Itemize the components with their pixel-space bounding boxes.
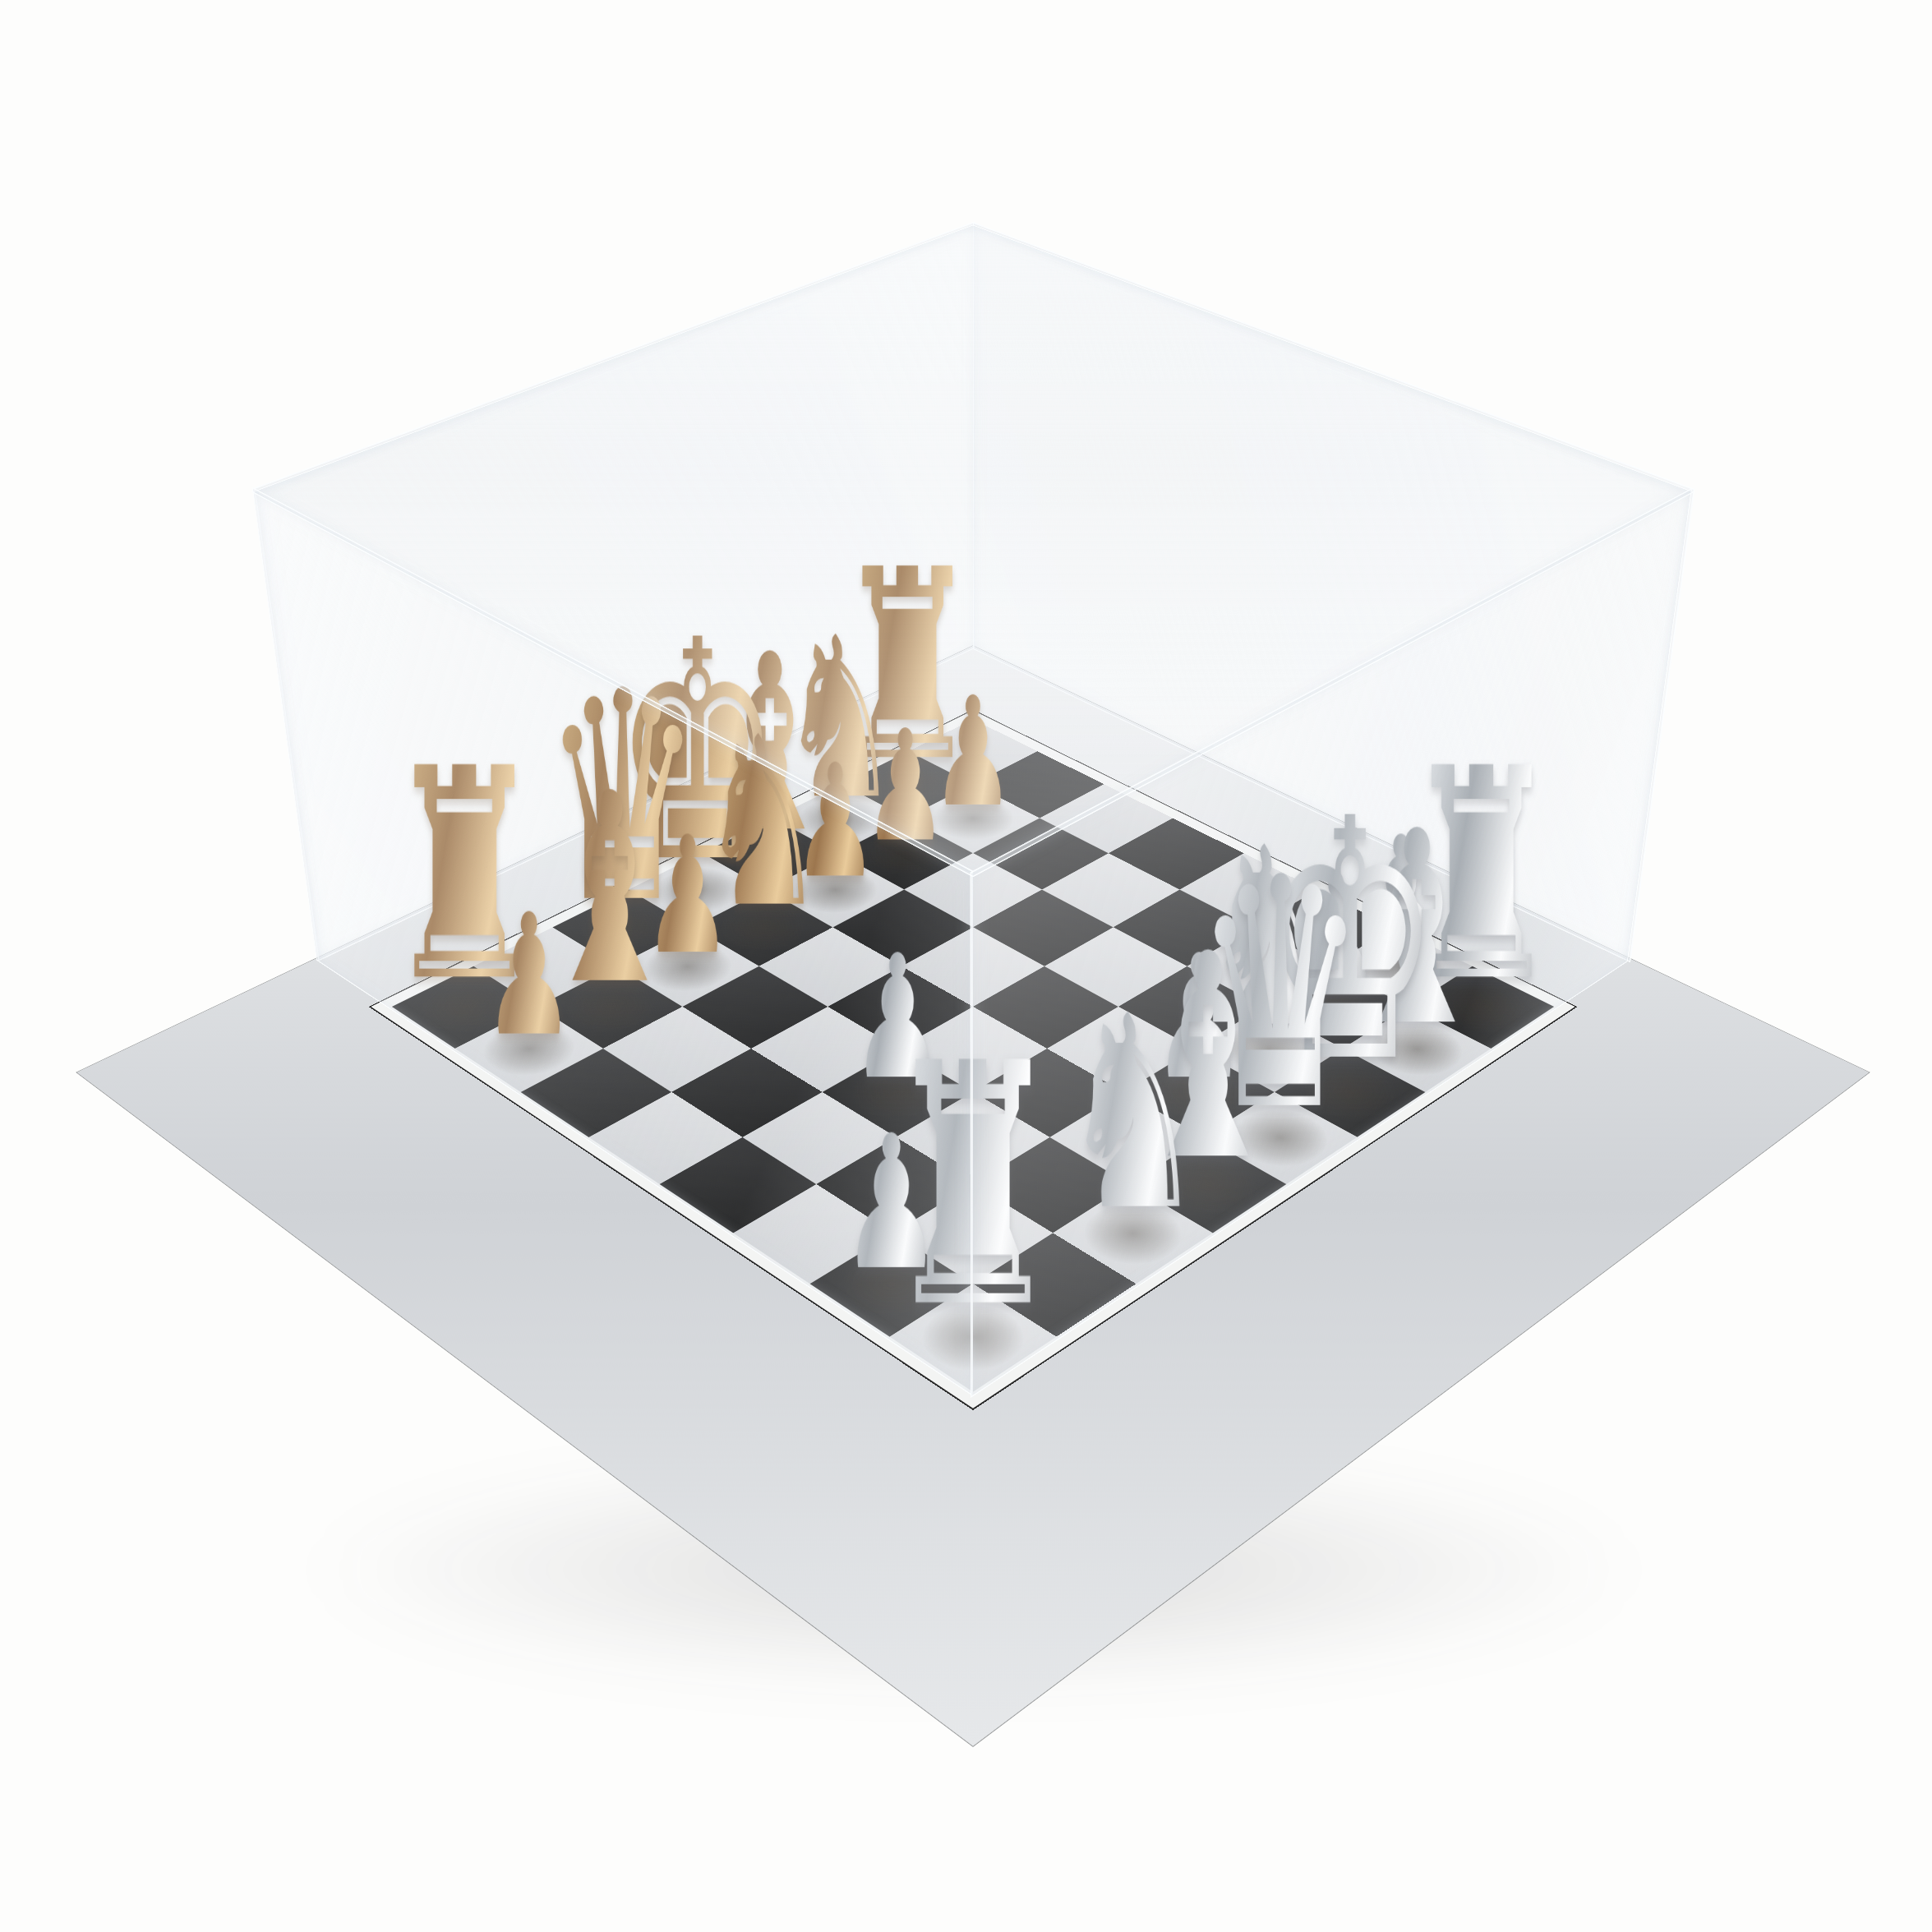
photo-stage: ♟♜♜♟♟♝♞♟♞♚♝♟♟♛♚♞♝♛♟♟♞♝♜♟♟♜ — [0, 0, 1932, 1932]
